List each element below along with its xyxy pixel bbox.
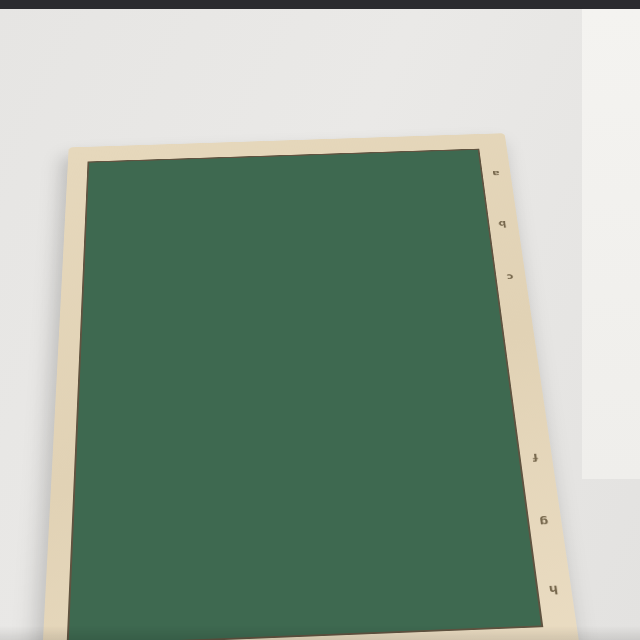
table-bright-band xyxy=(582,9,640,479)
board-scene: a b c f g h xyxy=(41,133,580,640)
file-label-right-f: f xyxy=(528,427,542,490)
file-label-right-b: b xyxy=(495,199,510,251)
photo-background: a b c f g h xyxy=(0,0,640,640)
table-edge-shadow xyxy=(0,626,640,640)
file-label-right-a: a xyxy=(489,149,503,199)
vinyl-board: a b c f g h xyxy=(41,133,580,640)
board-grid xyxy=(69,150,541,640)
brand-block xyxy=(514,304,531,426)
file-label-right-c: c xyxy=(503,250,517,304)
top-dark-strip xyxy=(0,0,640,9)
file-label-right-g: g xyxy=(535,489,553,555)
file-label-right-h: h xyxy=(545,555,564,625)
